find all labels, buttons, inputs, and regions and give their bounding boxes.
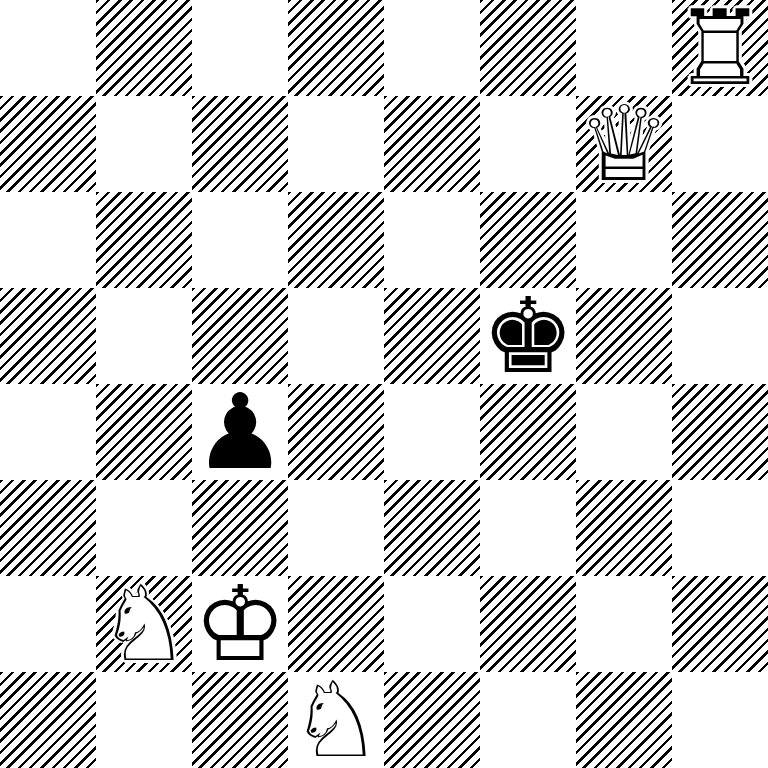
square-h7[interactable] [672,96,768,192]
piece-glyph: ♖ [672,0,768,96]
square-e4[interactable] [384,384,480,480]
square-h4[interactable] [672,384,768,480]
square-c7[interactable] [192,96,288,192]
square-c2[interactable]: ♚♔ [192,576,288,672]
square-h3[interactable] [672,480,768,576]
square-a2[interactable] [0,576,96,672]
square-f4[interactable] [480,384,576,480]
square-e1[interactable] [384,672,480,768]
square-a4[interactable] [0,384,96,480]
square-a8[interactable] [0,0,96,96]
square-d3[interactable] [288,480,384,576]
piece-glyph: ♔ [192,576,288,672]
square-b4[interactable] [96,384,192,480]
square-d8[interactable] [288,0,384,96]
square-g5[interactable] [576,288,672,384]
square-h6[interactable] [672,192,768,288]
white-king-icon[interactable]: ♚♔ [192,576,288,672]
square-g4[interactable] [576,384,672,480]
square-c4[interactable]: ♟ [192,384,288,480]
square-c3[interactable] [192,480,288,576]
square-d7[interactable] [288,96,384,192]
piece-glyph: ♚ [480,288,576,384]
square-e6[interactable] [384,192,480,288]
square-b6[interactable] [96,192,192,288]
square-b7[interactable] [96,96,192,192]
chess-board: ♜♖♛♕♚♟♞♘♚♔♞♘ [0,0,768,768]
square-d2[interactable] [288,576,384,672]
square-g6[interactable] [576,192,672,288]
white-queen-icon[interactable]: ♛♕ [576,96,672,192]
square-g3[interactable] [576,480,672,576]
white-rook-icon[interactable]: ♜♖ [672,0,768,96]
square-f8[interactable] [480,0,576,96]
white-knight-icon[interactable]: ♞♘ [96,576,192,672]
square-f7[interactable] [480,96,576,192]
square-e5[interactable] [384,288,480,384]
piece-glyph: ♘ [96,576,192,672]
square-d5[interactable] [288,288,384,384]
piece-glyph: ♕ [576,96,672,192]
black-king-icon[interactable]: ♚ [480,288,576,384]
square-e7[interactable] [384,96,480,192]
square-a5[interactable] [0,288,96,384]
square-b3[interactable] [96,480,192,576]
square-c8[interactable] [192,0,288,96]
square-g7[interactable]: ♛♕ [576,96,672,192]
square-f2[interactable] [480,576,576,672]
square-a3[interactable] [0,480,96,576]
square-a7[interactable] [0,96,96,192]
square-b5[interactable] [96,288,192,384]
square-f6[interactable] [480,192,576,288]
square-a1[interactable] [0,672,96,768]
square-a6[interactable] [0,192,96,288]
piece-glyph: ♘ [288,672,384,768]
square-h5[interactable] [672,288,768,384]
square-g8[interactable] [576,0,672,96]
square-e8[interactable] [384,0,480,96]
square-h2[interactable] [672,576,768,672]
square-b2[interactable]: ♞♘ [96,576,192,672]
square-f5[interactable]: ♚ [480,288,576,384]
square-h1[interactable] [672,672,768,768]
square-d4[interactable] [288,384,384,480]
square-d6[interactable] [288,192,384,288]
piece-glyph: ♟ [192,384,288,480]
square-g1[interactable] [576,672,672,768]
square-c1[interactable] [192,672,288,768]
square-e2[interactable] [384,576,480,672]
square-c6[interactable] [192,192,288,288]
square-h8[interactable]: ♜♖ [672,0,768,96]
square-d1[interactable]: ♞♘ [288,672,384,768]
square-g2[interactable] [576,576,672,672]
square-c5[interactable] [192,288,288,384]
square-b8[interactable] [96,0,192,96]
square-f1[interactable] [480,672,576,768]
white-knight-icon[interactable]: ♞♘ [288,672,384,768]
square-e3[interactable] [384,480,480,576]
square-b1[interactable] [96,672,192,768]
square-f3[interactable] [480,480,576,576]
black-pawn-icon[interactable]: ♟ [192,384,288,480]
